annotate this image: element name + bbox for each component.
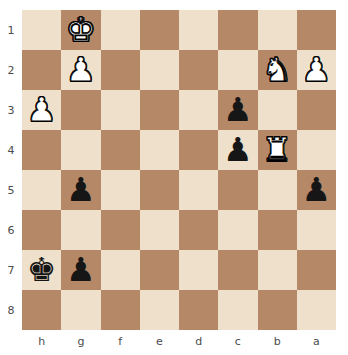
black-pawn-c4[interactable]: ♟ (223, 133, 253, 166)
square-e1[interactable] (140, 10, 179, 50)
white-knight-b2[interactable]: ♞ (262, 53, 292, 86)
rank-labels: 12345678 (0, 10, 22, 330)
rank-label-3: 3 (0, 90, 22, 130)
black-pawn-a5[interactable]: ♟ (302, 173, 332, 206)
square-b2[interactable]: ♞ (258, 50, 297, 90)
square-e3[interactable] (140, 90, 179, 130)
square-g3[interactable] (61, 90, 100, 130)
square-b1[interactable] (258, 10, 297, 50)
square-b7[interactable] (258, 250, 297, 290)
white-pawn-a2[interactable]: ♟ (302, 53, 332, 86)
square-c2[interactable] (218, 50, 257, 90)
square-d8[interactable] (179, 290, 218, 330)
square-e8[interactable] (140, 290, 179, 330)
file-labels: hgfedcba (22, 330, 336, 352)
board: ♚♟♞♟♟♟♟♜♟♟♚♟ (22, 10, 336, 330)
square-g4[interactable] (61, 130, 100, 170)
square-d3[interactable] (179, 90, 218, 130)
file-label-b: b (258, 330, 297, 352)
file-label-c: c (218, 330, 257, 352)
square-a4[interactable] (297, 130, 336, 170)
square-f7[interactable] (101, 250, 140, 290)
square-e4[interactable] (140, 130, 179, 170)
square-h2[interactable] (22, 50, 61, 90)
square-f5[interactable] (101, 170, 140, 210)
square-g2[interactable]: ♟ (61, 50, 100, 90)
square-g5[interactable]: ♟ (61, 170, 100, 210)
square-f4[interactable] (101, 130, 140, 170)
square-c5[interactable] (218, 170, 257, 210)
rank-label-2: 2 (0, 50, 22, 90)
square-h4[interactable] (22, 130, 61, 170)
file-label-d: d (179, 330, 218, 352)
square-g8[interactable] (61, 290, 100, 330)
square-h5[interactable] (22, 170, 61, 210)
square-d5[interactable] (179, 170, 218, 210)
square-h8[interactable] (22, 290, 61, 330)
square-f2[interactable] (101, 50, 140, 90)
file-label-a: a (297, 330, 336, 352)
rank-label-5: 5 (0, 170, 22, 210)
square-a7[interactable] (297, 250, 336, 290)
black-pawn-g5[interactable]: ♟ (66, 173, 96, 206)
square-d6[interactable] (179, 210, 218, 250)
black-pawn-c3[interactable]: ♟ (223, 93, 253, 126)
file-label-e: e (140, 330, 179, 352)
square-a8[interactable] (297, 290, 336, 330)
white-rook-b4[interactable]: ♜ (262, 133, 292, 166)
square-g1[interactable]: ♚ (61, 10, 100, 50)
square-d4[interactable] (179, 130, 218, 170)
square-e6[interactable] (140, 210, 179, 250)
rank-label-6: 6 (0, 210, 22, 250)
square-a1[interactable] (297, 10, 336, 50)
square-b6[interactable] (258, 210, 297, 250)
square-h6[interactable] (22, 210, 61, 250)
square-a3[interactable] (297, 90, 336, 130)
square-f6[interactable] (101, 210, 140, 250)
square-f1[interactable] (101, 10, 140, 50)
square-f8[interactable] (101, 290, 140, 330)
rank-label-8: 8 (0, 290, 22, 330)
square-e7[interactable] (140, 250, 179, 290)
square-a6[interactable] (297, 210, 336, 250)
white-king-g1[interactable]: ♚ (66, 13, 96, 46)
file-label-f: f (101, 330, 140, 352)
square-d1[interactable] (179, 10, 218, 50)
square-a5[interactable]: ♟ (297, 170, 336, 210)
square-g6[interactable] (61, 210, 100, 250)
square-a2[interactable]: ♟ (297, 50, 336, 90)
square-f3[interactable] (101, 90, 140, 130)
rank-label-4: 4 (0, 130, 22, 170)
white-pawn-h3[interactable]: ♟ (27, 93, 57, 126)
square-c8[interactable] (218, 290, 257, 330)
square-d7[interactable] (179, 250, 218, 290)
file-label-h: h (22, 330, 61, 352)
square-c7[interactable] (218, 250, 257, 290)
square-b8[interactable] (258, 290, 297, 330)
square-h7[interactable]: ♚ (22, 250, 61, 290)
square-d2[interactable] (179, 50, 218, 90)
white-pawn-g2[interactable]: ♟ (66, 53, 96, 86)
square-c1[interactable] (218, 10, 257, 50)
rank-label-1: 1 (0, 10, 22, 50)
square-e5[interactable] (140, 170, 179, 210)
square-b3[interactable] (258, 90, 297, 130)
square-b4[interactable]: ♜ (258, 130, 297, 170)
square-h1[interactable] (22, 10, 61, 50)
square-e2[interactable] (140, 50, 179, 90)
square-g7[interactable]: ♟ (61, 250, 100, 290)
square-c4[interactable]: ♟ (218, 130, 257, 170)
square-c3[interactable]: ♟ (218, 90, 257, 130)
square-c6[interactable] (218, 210, 257, 250)
rank-label-7: 7 (0, 250, 22, 290)
file-label-g: g (61, 330, 100, 352)
chess-diagram: 12345678 ♚♟♞♟♟♟♟♜♟♟♚♟ hgfedcba (0, 0, 348, 355)
black-king-h7[interactable]: ♚ (27, 253, 57, 286)
square-h3[interactable]: ♟ (22, 90, 61, 130)
square-b5[interactable] (258, 170, 297, 210)
black-pawn-g7[interactable]: ♟ (66, 253, 96, 286)
